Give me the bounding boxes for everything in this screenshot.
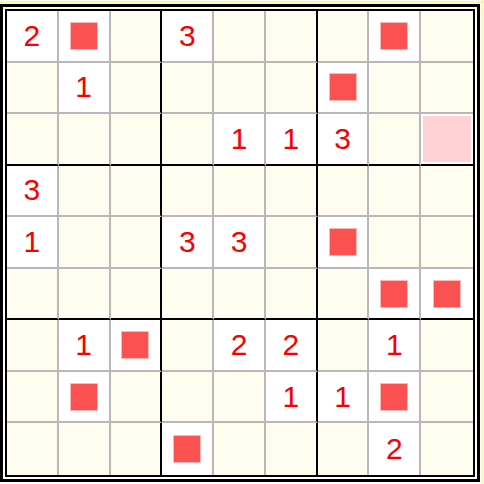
cell-r9c7[interactable]: [318, 423, 370, 475]
mine-square: [381, 281, 407, 307]
cell-r2c3[interactable]: [111, 63, 163, 115]
mine-square: [381, 384, 407, 410]
cell-r9c2[interactable]: [59, 423, 111, 475]
cell-r2c7[interactable]: [318, 63, 370, 115]
mine-square: [174, 436, 200, 462]
cell-r3c9[interactable]: [421, 114, 473, 166]
highlighted-cell-overlay: [423, 116, 471, 162]
cell-r8c9[interactable]: [421, 372, 473, 424]
cell-r1c9[interactable]: [421, 11, 473, 63]
mine-square: [381, 23, 407, 49]
cell-r6c1[interactable]: [7, 269, 59, 321]
cell-r2c1[interactable]: [7, 63, 59, 115]
cell-r4c3[interactable]: [111, 166, 163, 218]
cell-r7c5[interactable]: 2: [214, 320, 266, 372]
clue-number: 3: [24, 175, 41, 205]
cell-r9c9[interactable]: [421, 423, 473, 475]
cell-r2c6[interactable]: [266, 63, 318, 115]
cell-r4c2[interactable]: [59, 166, 111, 218]
clue-number: 1: [282, 382, 299, 412]
cell-r8c2[interactable]: [59, 372, 111, 424]
cell-r4c8[interactable]: [369, 166, 421, 218]
clue-number: 1: [334, 382, 351, 412]
cell-r9c1[interactable]: [7, 423, 59, 475]
clue-number: 2: [24, 21, 41, 51]
cell-r6c3[interactable]: [111, 269, 163, 321]
cell-r8c4[interactable]: [162, 372, 214, 424]
cell-r6c2[interactable]: [59, 269, 111, 321]
cell-r5c8[interactable]: [369, 217, 421, 269]
cell-r4c7[interactable]: [318, 166, 370, 218]
cell-r3c8[interactable]: [369, 114, 421, 166]
cell-r5c1[interactable]: 1: [7, 217, 59, 269]
clue-number: 3: [179, 21, 196, 51]
cell-r2c9[interactable]: [421, 63, 473, 115]
cell-r5c2[interactable]: [59, 217, 111, 269]
mine-square: [122, 332, 148, 358]
cell-r6c4[interactable]: [162, 269, 214, 321]
cell-r1c7[interactable]: [318, 11, 370, 63]
clue-number: 1: [386, 330, 403, 360]
cell-r7c7[interactable]: [318, 320, 370, 372]
yellow-frame-right: [481, 0, 483, 484]
cell-r9c8[interactable]: 2: [369, 423, 421, 475]
clue-number: 1: [75, 72, 92, 102]
cell-r4c5[interactable]: [214, 166, 266, 218]
clue-number: 1: [75, 330, 92, 360]
cell-r2c5[interactable]: [214, 63, 266, 115]
cell-r1c6[interactable]: [266, 11, 318, 63]
board-frame: 23111331331221112: [0, 4, 480, 482]
clue-number: 3: [334, 124, 351, 154]
cell-r8c3[interactable]: [111, 372, 163, 424]
cell-r8c6[interactable]: 1: [266, 372, 318, 424]
mine-square: [71, 23, 97, 49]
cell-r8c8[interactable]: [369, 372, 421, 424]
cell-r3c3[interactable]: [111, 114, 163, 166]
cell-r1c4[interactable]: 3: [162, 11, 214, 63]
clue-number: 3: [231, 227, 248, 257]
clue-number: 2: [282, 330, 299, 360]
clue-number: 1: [24, 227, 41, 257]
cell-r3c7[interactable]: 3: [318, 114, 370, 166]
cell-r7c3[interactable]: [111, 320, 163, 372]
cell-r8c7[interactable]: 1: [318, 372, 370, 424]
cell-r2c8[interactable]: [369, 63, 421, 115]
cell-r9c5[interactable]: [214, 423, 266, 475]
clue-number: 3: [179, 227, 196, 257]
cell-r7c2[interactable]: 1: [59, 320, 111, 372]
cell-r6c5[interactable]: [214, 269, 266, 321]
puzzle-page: 23111331331221112: [0, 0, 484, 484]
cell-r2c2[interactable]: 1: [59, 63, 111, 115]
cell-r5c3[interactable]: [111, 217, 163, 269]
cell-r7c8[interactable]: 1: [369, 320, 421, 372]
cell-r6c9[interactable]: [421, 269, 473, 321]
clue-number: 1: [282, 124, 299, 154]
cell-r2c4[interactable]: [162, 63, 214, 115]
cell-r8c1[interactable]: [7, 372, 59, 424]
cell-r1c5[interactable]: [214, 11, 266, 63]
mine-square: [434, 281, 460, 307]
cell-r4c1[interactable]: 3: [7, 166, 59, 218]
clue-number: 2: [386, 434, 403, 464]
cell-r6c8[interactable]: [369, 269, 421, 321]
puzzle-board: 23111331331221112: [5, 9, 475, 477]
cell-r7c9[interactable]: [421, 320, 473, 372]
cell-r4c9[interactable]: [421, 166, 473, 218]
cell-r5c5[interactable]: 3: [214, 217, 266, 269]
cell-r5c7[interactable]: [318, 217, 370, 269]
clue-number: 2: [231, 330, 248, 360]
cell-r3c1[interactable]: [7, 114, 59, 166]
cell-r7c6[interactable]: 2: [266, 320, 318, 372]
mine-square: [330, 229, 356, 255]
cell-r5c4[interactable]: 3: [162, 217, 214, 269]
cell-r6c6[interactable]: [266, 269, 318, 321]
cell-r4c4[interactable]: [162, 166, 214, 218]
cell-r6c7[interactable]: [318, 269, 370, 321]
mine-square: [330, 74, 356, 100]
yellow-frame-top: [0, 1, 484, 3]
mine-square: [71, 384, 97, 410]
cell-r3c4[interactable]: [162, 114, 214, 166]
cell-r7c4[interactable]: [162, 320, 214, 372]
clue-number: 1: [231, 124, 248, 154]
cell-r1c8[interactable]: [369, 11, 421, 63]
cell-r3c2[interactable]: [59, 114, 111, 166]
cell-r1c3[interactable]: [111, 11, 163, 63]
cell-r9c4[interactable]: [162, 423, 214, 475]
cell-r3c6[interactable]: 1: [266, 114, 318, 166]
cell-r9c3[interactable]: [111, 423, 163, 475]
cell-r9c6[interactable]: [266, 423, 318, 475]
cell-r4c6[interactable]: [266, 166, 318, 218]
cell-r5c6[interactable]: [266, 217, 318, 269]
cell-r1c2[interactable]: [59, 11, 111, 63]
cell-r8c5[interactable]: [214, 372, 266, 424]
cell-r1c1[interactable]: 2: [7, 11, 59, 63]
cell-r5c9[interactable]: [421, 217, 473, 269]
cell-r3c5[interactable]: 1: [214, 114, 266, 166]
cell-r7c1[interactable]: [7, 320, 59, 372]
